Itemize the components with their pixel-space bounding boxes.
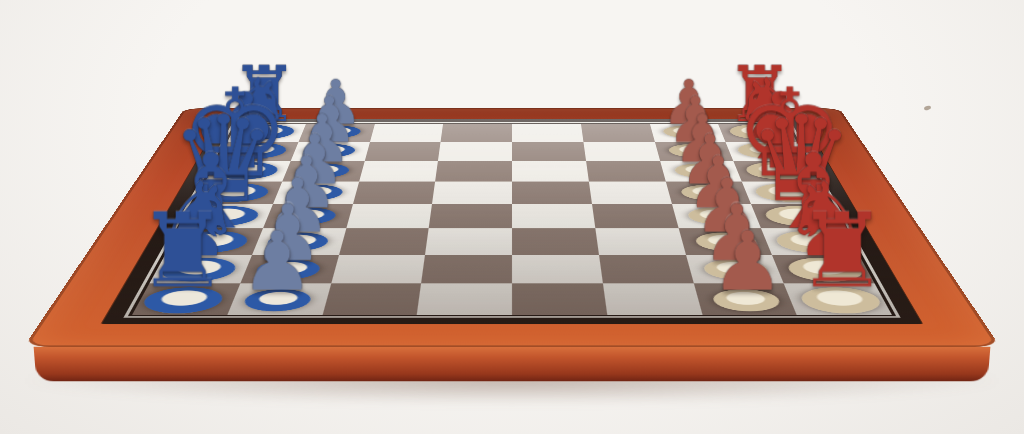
wood-base-front-edge — [34, 347, 991, 382]
photo-background: ♜♞♝♛♚♝♞♜♟♟♟♟♟♟♟♟♜♞♝♛♚♝♞♜♟♟♟♟♟♟♟♟ — [0, 0, 1024, 434]
black-pawn-glyph: ♟ — [654, 221, 842, 303]
piece-white-pawn-a2[interactable]: ♟ — [224, 284, 329, 316]
chess-set-scene: ♜♞♝♛♚♝♞♜♟♟♟♟♟♟♟♟♜♞♝♛♚♝♞♜♟♟♟♟♟♟♟♟ — [0, 0, 1024, 434]
piece-black-pawn-a7[interactable]: ♟ — [695, 284, 800, 316]
white-pawn-glyph: ♟ — [183, 221, 371, 303]
pieces-layer: ♜♞♝♛♚♝♞♜♟♟♟♟♟♟♟♟♜♞♝♛♚♝♞♜♟♟♟♟♟♟♟♟ — [128, 123, 897, 316]
wood-base: ♜♞♝♛♚♝♞♜♟♟♟♟♟♟♟♟♜♞♝♛♚♝♞♜♟♟♟♟♟♟♟♟ — [24, 108, 1001, 347]
